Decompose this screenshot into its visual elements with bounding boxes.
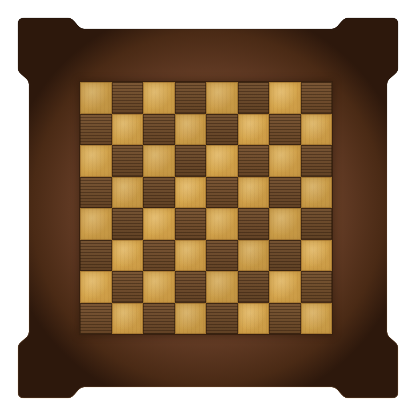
square-c7[interactable] — [143, 114, 175, 146]
square-f4[interactable] — [238, 208, 270, 240]
square-g6[interactable] — [269, 145, 301, 177]
square-d7[interactable] — [175, 114, 207, 146]
square-d4[interactable] — [175, 208, 207, 240]
chessboard — [80, 82, 332, 334]
square-g7[interactable] — [269, 114, 301, 146]
square-f3[interactable] — [238, 240, 270, 272]
square-b5[interactable] — [112, 177, 144, 209]
square-b7[interactable] — [112, 114, 144, 146]
square-b2[interactable] — [112, 271, 144, 303]
square-c1[interactable] — [143, 303, 175, 335]
square-a6[interactable] — [80, 145, 112, 177]
square-g5[interactable] — [269, 177, 301, 209]
square-a7[interactable] — [80, 114, 112, 146]
square-f8[interactable] — [238, 82, 270, 114]
square-h8[interactable] — [301, 82, 333, 114]
square-h6[interactable] — [301, 145, 333, 177]
square-f6[interactable] — [238, 145, 270, 177]
square-e6[interactable] — [206, 145, 238, 177]
square-h1[interactable] — [301, 303, 333, 335]
square-e3[interactable] — [206, 240, 238, 272]
square-c5[interactable] — [143, 177, 175, 209]
square-f5[interactable] — [238, 177, 270, 209]
square-d5[interactable] — [175, 177, 207, 209]
square-b4[interactable] — [112, 208, 144, 240]
square-c2[interactable] — [143, 271, 175, 303]
square-a3[interactable] — [80, 240, 112, 272]
square-g8[interactable] — [269, 82, 301, 114]
board-photo — [0, 0, 416, 416]
square-g3[interactable] — [269, 240, 301, 272]
square-a4[interactable] — [80, 208, 112, 240]
square-c4[interactable] — [143, 208, 175, 240]
square-h3[interactable] — [301, 240, 333, 272]
square-c3[interactable] — [143, 240, 175, 272]
square-g4[interactable] — [269, 208, 301, 240]
square-e7[interactable] — [206, 114, 238, 146]
square-e1[interactable] — [206, 303, 238, 335]
square-h5[interactable] — [301, 177, 333, 209]
square-g1[interactable] — [269, 303, 301, 335]
square-c6[interactable] — [143, 145, 175, 177]
square-a5[interactable] — [80, 177, 112, 209]
square-f2[interactable] — [238, 271, 270, 303]
square-f7[interactable] — [238, 114, 270, 146]
square-d1[interactable] — [175, 303, 207, 335]
square-e2[interactable] — [206, 271, 238, 303]
square-b8[interactable] — [112, 82, 144, 114]
square-d6[interactable] — [175, 145, 207, 177]
square-e8[interactable] — [206, 82, 238, 114]
square-e4[interactable] — [206, 208, 238, 240]
square-a2[interactable] — [80, 271, 112, 303]
square-c8[interactable] — [143, 82, 175, 114]
square-d2[interactable] — [175, 271, 207, 303]
square-a1[interactable] — [80, 303, 112, 335]
square-g2[interactable] — [269, 271, 301, 303]
square-h2[interactable] — [301, 271, 333, 303]
square-f1[interactable] — [238, 303, 270, 335]
square-d3[interactable] — [175, 240, 207, 272]
square-h7[interactable] — [301, 114, 333, 146]
square-b1[interactable] — [112, 303, 144, 335]
square-d8[interactable] — [175, 82, 207, 114]
square-a8[interactable] — [80, 82, 112, 114]
square-e5[interactable] — [206, 177, 238, 209]
square-b3[interactable] — [112, 240, 144, 272]
square-b6[interactable] — [112, 145, 144, 177]
square-h4[interactable] — [301, 208, 333, 240]
